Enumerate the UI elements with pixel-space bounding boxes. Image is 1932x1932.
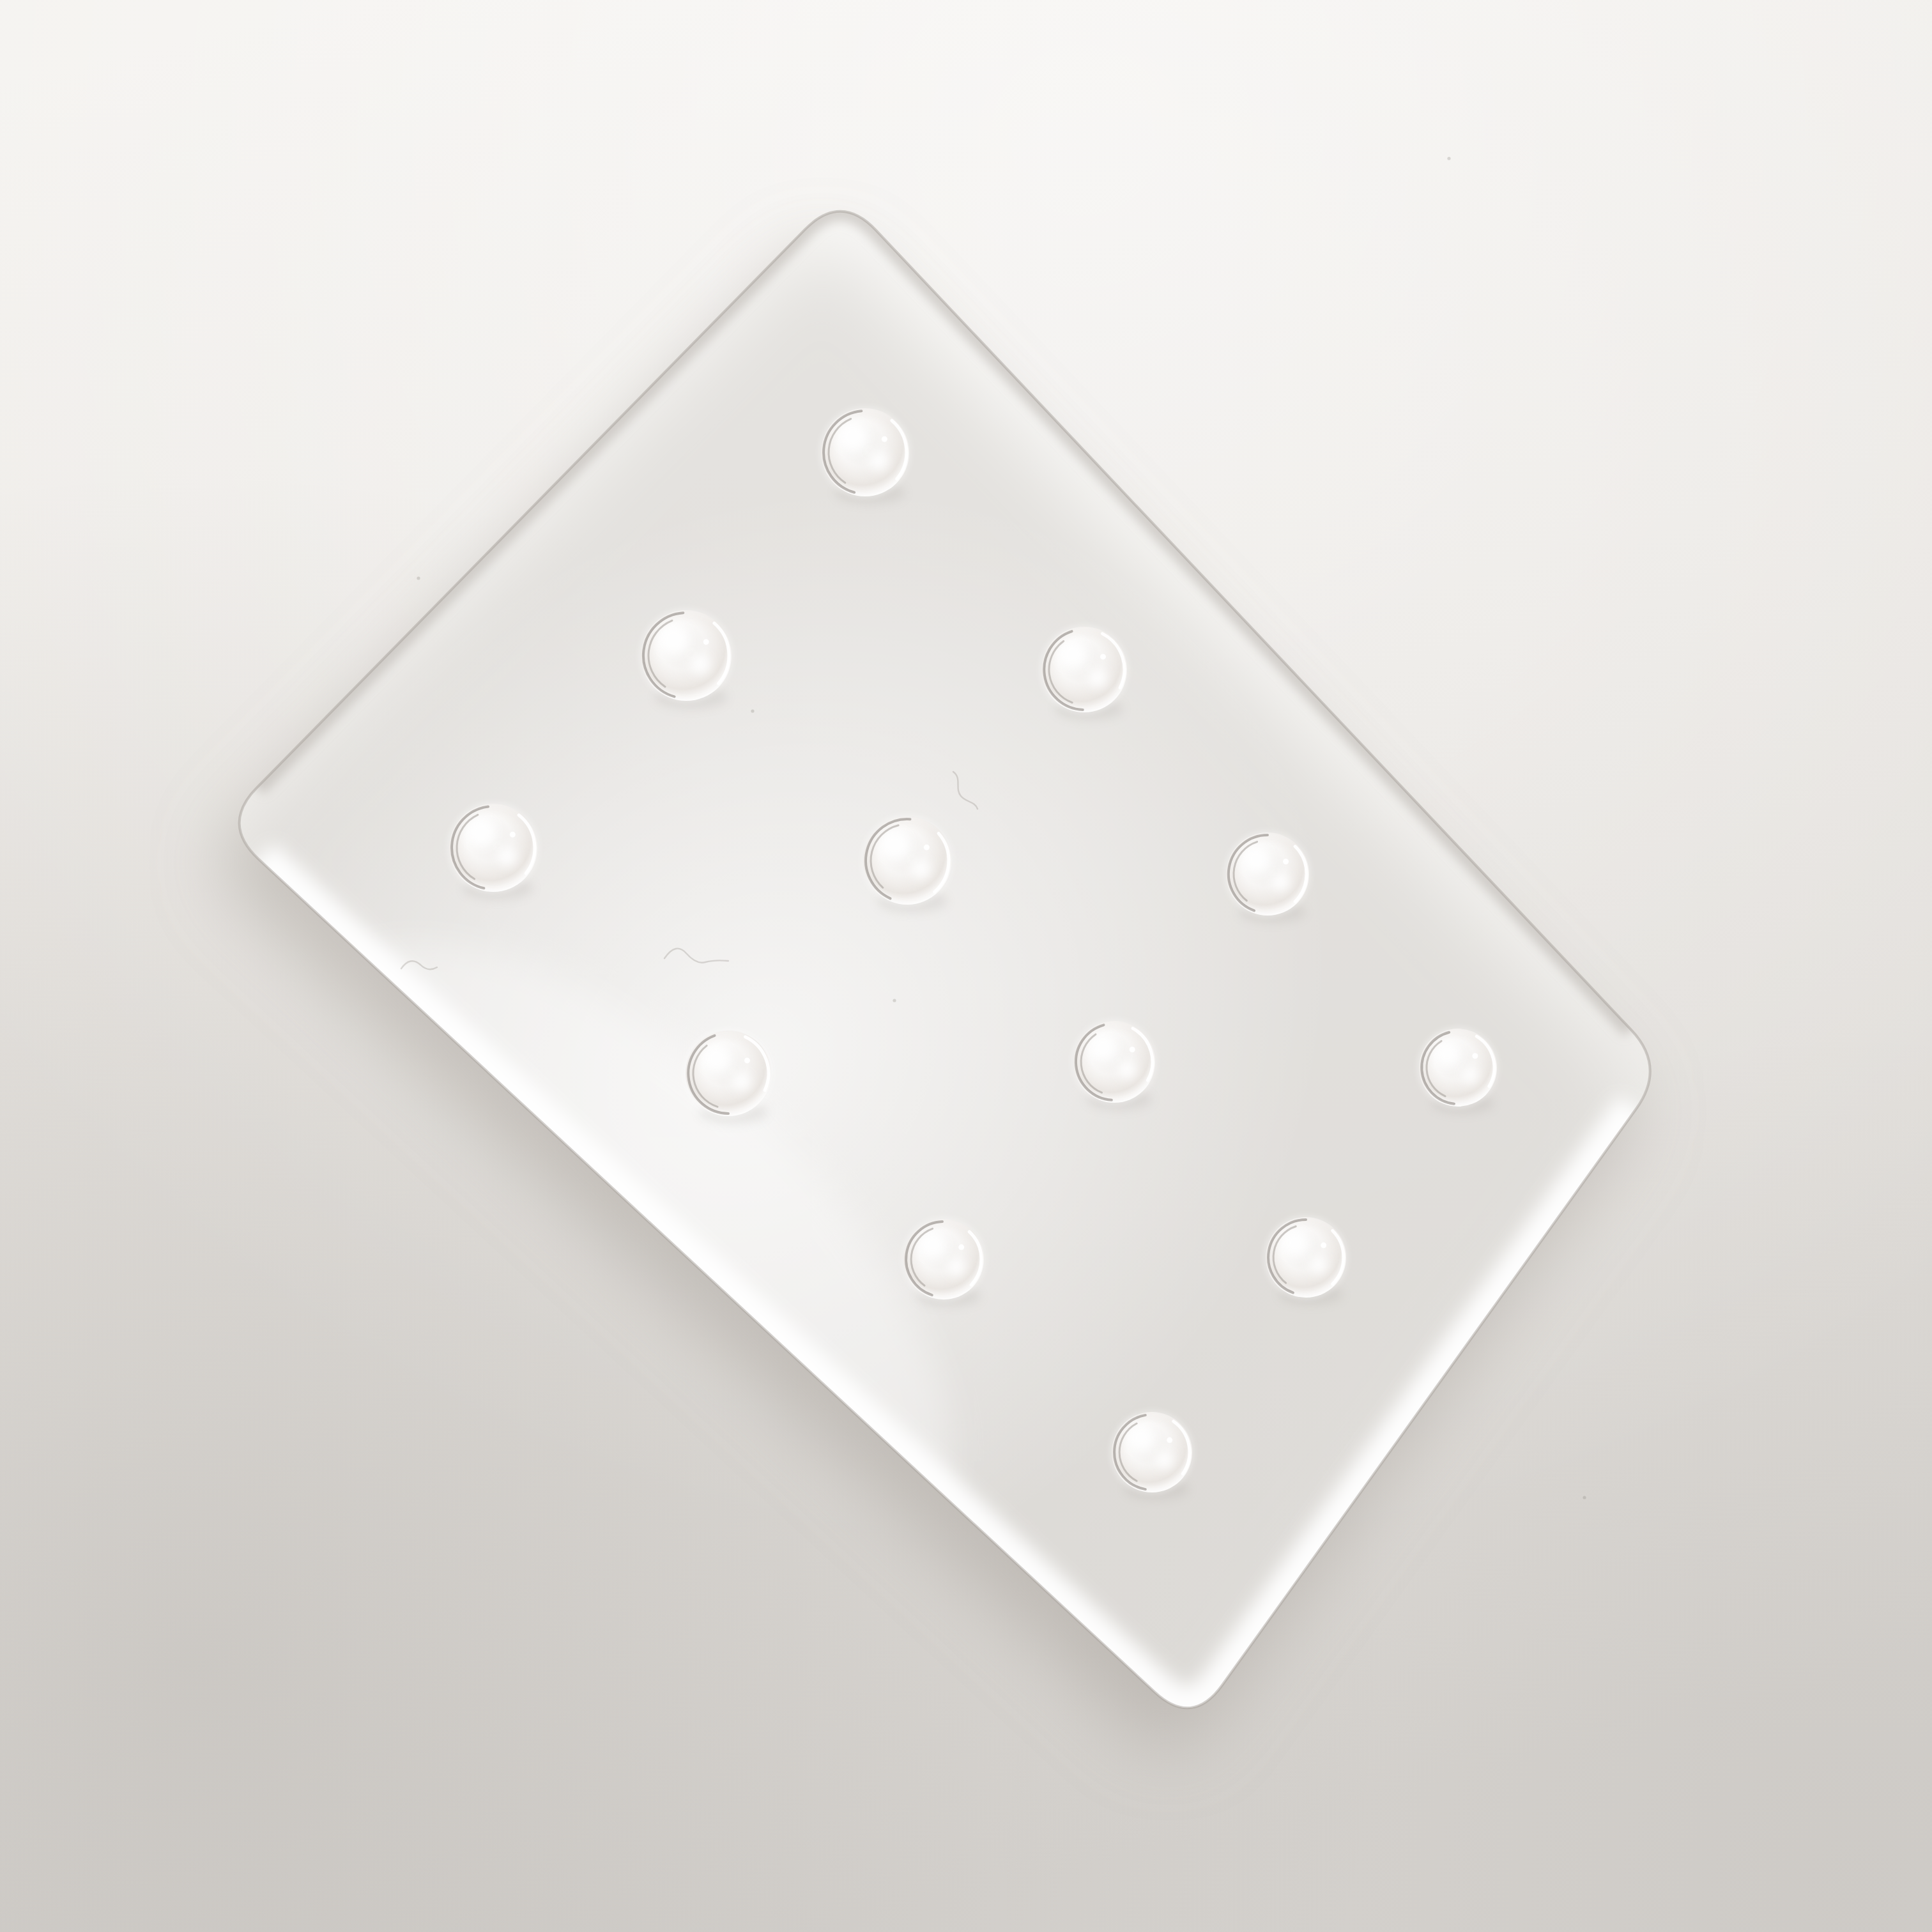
gem-glint-lower <box>1089 669 1107 687</box>
gem-glint-upper <box>1242 845 1270 873</box>
gem-glint-lower <box>947 1259 965 1276</box>
gem-glint-upper <box>658 624 689 654</box>
tray-photo-svg <box>0 0 1932 1932</box>
gem-glint-lower <box>870 452 889 471</box>
gem-sparkle-dot <box>1130 1046 1135 1052</box>
gem-glint-lower <box>1310 1257 1328 1275</box>
gem-sparkle-dot <box>510 832 516 838</box>
gem-glint-lower <box>1272 873 1291 892</box>
photo-scene <box>0 0 1932 1932</box>
gem-glint-upper <box>880 830 910 860</box>
gem-glint-lower <box>498 847 517 866</box>
gem-sparkle-dot <box>1472 1053 1478 1059</box>
gem-sparkle-dot <box>703 639 709 645</box>
gem-sparkle-dot <box>882 436 887 442</box>
gem-sparkle-dot <box>924 845 930 850</box>
gem-glint-lower <box>1118 1061 1136 1079</box>
gem-glint-lower <box>1462 1067 1479 1084</box>
dust-speck <box>1583 1496 1586 1499</box>
gem-glint-lower <box>733 1073 751 1091</box>
gem-glint-upper <box>701 1043 731 1073</box>
dust-speck <box>751 709 754 712</box>
gem-glint-lower <box>691 655 710 675</box>
gem-sparkle-dot <box>1100 654 1106 659</box>
dust-speck <box>893 999 896 1002</box>
dust-speck <box>1447 157 1450 160</box>
dust-speck <box>417 576 420 579</box>
gem-sparkle-dot <box>1321 1243 1326 1248</box>
gem-glint-lower <box>912 860 931 879</box>
gem-glint-upper <box>1057 640 1087 669</box>
gem-sparkle-dot <box>958 1245 964 1250</box>
gem-sparkle-dot <box>744 1057 750 1063</box>
gem-sparkle-dot <box>1283 859 1289 864</box>
gem-glint-upper <box>466 817 496 847</box>
gem-glint-lower <box>1156 1452 1174 1469</box>
gem-sparkle-dot <box>1167 1437 1172 1443</box>
gem-glint-upper <box>838 422 868 452</box>
